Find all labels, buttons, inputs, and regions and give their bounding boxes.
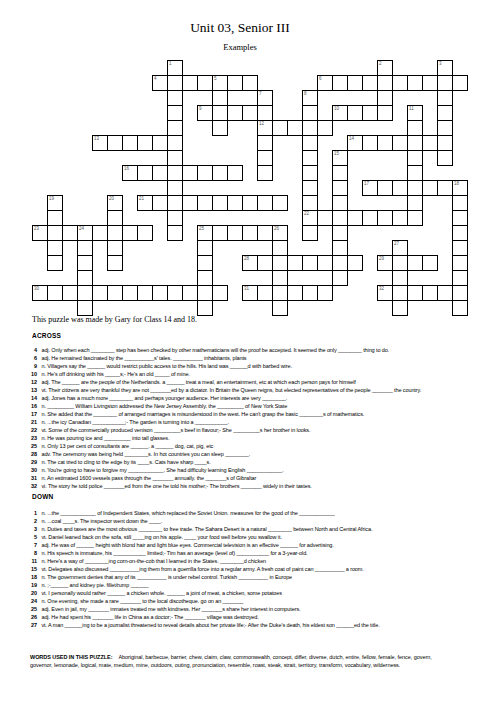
grid-cell[interactable]: 15 [332,150,348,166]
clue-number: 20 [28,589,37,597]
grid-cell[interactable] [182,195,198,211]
cell-number: 22 [304,211,309,216]
grid-cell[interactable] [257,135,273,151]
grid-cell[interactable] [437,150,453,166]
grid-cell[interactable] [302,135,318,151]
grid-cell[interactable] [62,285,78,301]
grid-cell[interactable] [407,285,423,301]
clue-number: 18 [28,573,37,581]
cell-number: 14 [349,136,354,141]
grid-cell[interactable] [377,135,393,151]
clue-number: 23 [28,434,37,442]
grid-cell[interactable] [242,195,258,211]
grid-cell[interactable]: 21 [137,195,153,211]
grid-cell[interactable]: 12 [257,120,273,136]
grid-cell[interactable] [212,225,228,241]
grid-cell[interactable] [107,240,123,256]
clue-text: n. ;-______ and kidney pie. fillet/rump … [40,582,148,588]
grid-cell[interactable]: 17 [362,180,378,196]
grid-cell[interactable] [452,270,468,286]
page-title: Unit 03, Senior III [0,20,480,36]
grid-cell[interactable] [197,165,213,181]
grid-cell[interactable] [212,195,228,211]
clue-line: 4 adj. Only when each ________ step has … [28,346,490,354]
grid-cell[interactable] [362,105,378,121]
grid-cell[interactable] [392,180,408,196]
clue-number: 2 [28,517,37,525]
grid-cell[interactable]: 31 [242,285,258,301]
clue-text: n. You're going to have to forgive my __… [40,467,284,473]
cell-number: 20 [109,196,114,201]
cell-number: 26 [274,226,279,231]
grid-cell[interactable] [392,75,408,91]
grid-cell[interactable] [272,195,288,211]
clue-number: 7 [28,541,37,549]
grid-cell[interactable]: 16 [122,165,138,181]
cell-number: 5 [214,76,217,81]
grid-cell[interactable] [272,255,288,271]
grid-cell[interactable]: 25 [197,225,213,241]
grid-cell[interactable] [107,285,123,301]
clue-text: n. ...coal ____s. The inspector went dow… [40,518,162,524]
clue-number: 1 [28,509,37,517]
grid-cell[interactable] [257,225,273,241]
grid-cell[interactable]: 19 [47,195,63,211]
grid-cell[interactable] [167,180,183,196]
clue-text: adv. The ceremony was being held _______… [40,451,250,457]
grid-cell[interactable] [452,195,468,211]
grid-cell[interactable] [197,195,213,211]
grid-cell[interactable] [422,135,438,151]
grid-cell[interactable] [362,210,378,226]
cell-number: 8 [304,91,307,96]
grid-cell[interactable] [407,150,423,166]
grid-cell[interactable] [227,75,243,91]
cell-number: 21 [139,196,144,201]
clue-number: 10 [28,370,37,378]
grid-cell[interactable] [257,255,273,271]
grid-cell[interactable] [422,75,438,91]
grid-cell[interactable] [332,210,348,226]
grid-cell[interactable]: 13 [92,135,108,151]
cell-number: 30 [34,286,39,291]
grid-cell[interactable] [167,165,183,181]
clue-text: adj. He was of ______ height with blond … [40,542,334,548]
grid-cell[interactable] [242,225,258,241]
grid-cell[interactable] [332,75,348,91]
grid-cell[interactable] [302,225,318,241]
grid-cell[interactable] [227,105,243,121]
cell-number: 19 [49,196,54,201]
clue-text: n. Duties and taxes are the most obvious… [40,526,372,532]
clue-text: n. The cat tried to cling to the edge by… [40,459,211,465]
grid-cell[interactable] [227,165,243,181]
grid-cell[interactable] [302,180,318,196]
clue-text: vt. A man ______ing to be a journalist t… [40,622,380,628]
grid-cell[interactable] [302,150,318,166]
cell-number: 9 [199,106,202,111]
grid-cell[interactable]: 24 [77,225,93,241]
grid-cell[interactable] [257,285,273,301]
grid-cell[interactable]: 1 [167,60,183,76]
grid-cell[interactable] [302,285,318,301]
grid-cell[interactable] [422,255,438,271]
grid-cell[interactable] [407,180,423,196]
grid-cell[interactable] [167,90,183,106]
grid-cell[interactable] [197,75,213,91]
cell-number: 10 [334,106,339,111]
grid-cell[interactable] [407,195,423,211]
grid-cell[interactable] [272,240,288,256]
grid-cell[interactable] [197,255,213,271]
grid-cell[interactable] [347,210,363,226]
grid-cell[interactable] [107,135,123,151]
grid-cell[interactable] [287,120,303,136]
word-bank-label: WORDS USED IN THIS PUZZLE: [30,654,112,660]
grid-cell[interactable] [257,105,273,121]
grid-cell[interactable] [122,135,138,151]
grid-cell[interactable] [377,105,393,121]
grid-cell[interactable] [152,195,168,211]
grid-cell[interactable] [167,135,183,151]
cell-number: 16 [124,166,129,171]
grid-cell[interactable] [377,90,393,106]
clue-line: 20 vt. I personally would rather ______ … [28,589,490,597]
down-heading: DOWN [32,493,53,500]
grid-cell[interactable] [77,300,93,316]
clue-text: n. Villagers say the ______ would restri… [40,363,292,369]
grid-cell[interactable] [167,225,183,241]
clue-line: 10 n. He's off drinking with his _____s;… [28,370,490,378]
grid-cell[interactable] [407,210,423,226]
grid-cell[interactable]: 3 [437,60,453,76]
grid-cell[interactable] [212,120,228,136]
grid-cell[interactable]: 18 [452,180,468,196]
grid-cell[interactable]: 10 [332,105,348,121]
cell-number: 25 [199,226,204,231]
clue-text: n. He was pouring ice and _________ into… [40,435,169,441]
grid-cell[interactable] [122,225,138,241]
clue-line: 7 adj. He was of ______ height with blon… [28,541,490,549]
clue-number: 15 [28,565,37,573]
grid-cell[interactable] [437,135,453,151]
grid-cell[interactable] [212,165,228,181]
clue-text: n. ...the ____________ of Independent St… [40,510,335,516]
grid-cell[interactable] [437,105,453,121]
clue-number: 21 [28,418,37,426]
cell-number: 3 [439,61,442,66]
clue-line: 14 adj. Jones has a much more ________ a… [28,394,490,402]
clue-text: vt. Some of the commercially produced ve… [40,427,310,433]
grid-cell[interactable] [167,210,183,226]
grid-cell[interactable] [152,285,168,301]
grid-cell[interactable] [392,135,408,151]
grid-cell[interactable] [167,75,183,91]
grid-cell[interactable]: 20 [107,195,123,211]
grid-cell[interactable] [302,195,318,211]
grid-cell[interactable] [317,120,333,136]
clue-number: 17 [28,410,37,418]
clue-text: adj. Even in jail, my _______ inmates tr… [40,606,300,612]
grid-cell[interactable] [197,270,213,286]
grid-cell[interactable] [392,210,408,226]
grid-cell[interactable] [392,300,408,316]
cell-number: 31 [244,286,249,291]
clue-number: 25 [28,442,37,450]
clue-line: 16 n. _________ William Livingston addre… [28,402,490,410]
grid-cell[interactable] [347,255,363,271]
grid-cell[interactable] [302,105,318,121]
cell-number: 27 [394,241,399,246]
grid-cell[interactable] [167,120,183,136]
clue-text: vt. Delegates also discussed __________i… [40,566,364,572]
clue-line: 24 n. One evening, she made a rare _____… [28,597,490,605]
clue-line: 21 n. ...the icy Canadian ___________;- … [28,418,490,426]
clue-line: 12 adj. The ______ are the people of the… [28,378,490,386]
grid-cell[interactable] [287,285,303,301]
clue-number: 27 [28,621,37,629]
clue-text: adj. He remained fascinated by the _____… [40,355,247,361]
grid-cell[interactable] [347,105,363,121]
clue-text: n. Only 13 per cent of consultants are _… [40,443,213,449]
grid-cell[interactable] [197,240,213,256]
grid-cell[interactable] [437,180,453,196]
cell-number: 29 [379,256,384,261]
grid-cell[interactable] [167,285,183,301]
grid-cell[interactable] [227,225,243,241]
grid-cell[interactable] [77,285,93,301]
grid-cell[interactable] [137,285,153,301]
grid-cell[interactable]: 7 [257,90,273,106]
grid-cell[interactable] [302,255,318,271]
grid-cell[interactable] [77,270,93,286]
grid-cell[interactable] [167,150,183,166]
grid-cell[interactable] [422,285,438,301]
grid-cell[interactable] [47,285,63,301]
grid-cell[interactable] [332,180,348,196]
grid-cell[interactable] [182,75,198,91]
clue-number: 5 [28,533,37,541]
grid-cell[interactable]: 29 [377,255,393,271]
grid-cell[interactable] [332,270,348,286]
grid-cell[interactable] [377,75,393,91]
grid-cell[interactable] [287,255,303,271]
page-subtitle: Examples [0,42,480,52]
grid-cell[interactable] [47,240,63,256]
clue-line: 29 n. The cat tried to cling to the edge… [28,458,490,466]
clue-text: n. An estimated 1600 vessels pass throug… [40,475,256,481]
grid-cell[interactable]: 14 [347,135,363,151]
grid-cell[interactable] [107,225,123,241]
grid-cell[interactable] [347,75,363,91]
grid-cell[interactable] [377,180,393,196]
grid-cell[interactable] [107,210,123,226]
grid-cell[interactable] [437,75,453,91]
grid-cell[interactable] [317,255,333,271]
clue-text: adj. Only when each ________ step has be… [40,347,389,353]
grid-cell[interactable] [257,195,273,211]
cell-number: 6 [319,76,322,81]
grid-cell[interactable] [332,255,348,271]
grid-cell[interactable] [452,285,468,301]
grid-cell[interactable] [452,75,468,91]
grid-cell[interactable]: 32 [377,285,393,301]
grid-cell[interactable] [437,285,453,301]
clue-number: 9 [28,362,37,370]
grid-cell[interactable]: 11 [407,105,423,121]
grid-cell[interactable] [302,165,318,181]
grid-cell[interactable] [332,225,348,241]
grid-cell[interactable] [302,120,318,136]
grid-cell[interactable]: 23 [32,225,48,241]
clue-number: 25 [28,605,37,613]
clue-text: vt. I personally would rather ______ a c… [40,590,282,596]
grid-cell[interactable] [137,165,153,181]
grid-cell[interactable]: 27 [392,240,408,256]
clue-text: n. She added that the ________ of arrang… [40,411,364,417]
grid-cell[interactable] [407,165,423,181]
grid-cell[interactable] [137,135,153,151]
grid-cell[interactable] [332,195,348,211]
grid-cell[interactable]: 4 [152,75,168,91]
grid-cell[interactable] [452,300,468,316]
grid-cell[interactable] [452,255,468,271]
grid-cell[interactable] [317,285,333,301]
cell-number: 11 [409,106,414,111]
grid-cell[interactable] [182,285,198,301]
clue-line: 17 n. She added that the ________ of arr… [28,410,490,418]
clue-number: 26 [28,613,37,621]
grid-cell[interactable] [167,105,183,121]
grid-cell[interactable] [392,255,408,271]
grid-cell[interactable]: 9 [197,105,213,121]
credit-line: This puzzle was made by Gary for Class 1… [32,315,197,324]
crossword-grid: 1234567128229101113141516171819202123242… [32,60,469,317]
cell-number: 15 [334,151,339,156]
grid-cell[interactable]: 5 [212,75,228,91]
grid-cell[interactable] [182,165,198,181]
grid-cell[interactable] [242,105,258,121]
clue-line: 5 vt. Daniel leaned back on the sofa, st… [28,533,490,541]
clue-line: 18 n. The government denies that any of … [28,573,490,581]
grid-cell[interactable] [62,225,78,241]
across-heading: ACROSS [32,332,61,339]
grid-cell[interactable] [47,225,63,241]
grid-cell[interactable]: 2 [377,60,393,76]
clue-line: 23 n. He was pouring ice and _________ i… [28,434,490,442]
grid-cell[interactable] [272,120,288,136]
grid-cell[interactable] [77,240,93,256]
cell-number: 17 [364,181,369,186]
clue-number: 16 [28,402,37,410]
grid-cell[interactable] [92,285,108,301]
clue-number: 22 [28,426,37,434]
grid-cell[interactable] [362,135,378,151]
cell-number: 24 [79,226,84,231]
grid-cell[interactable] [422,180,438,196]
grid-cell[interactable] [152,165,168,181]
grid-cell[interactable] [197,300,213,316]
grid-cell[interactable] [47,210,63,226]
clue-line: 25 n. Only 13 per cent of consultants ar… [28,442,490,450]
grid-cell[interactable]: 22 [302,210,318,226]
grid-cell[interactable] [77,255,93,271]
grid-cell[interactable] [257,165,273,181]
clue-line: 8 n. His speech is immature, his _______… [28,549,490,557]
grid-cell[interactable] [227,195,243,211]
clue-number: 24 [28,597,37,605]
grid-cell[interactable] [167,195,183,211]
clue-number: 13 [28,386,37,394]
clue-line: 15 vt. Delegates also discussed ________… [28,565,490,573]
grid-cell[interactable] [452,210,468,226]
grid-cell[interactable] [332,165,348,181]
cell-number: 7 [259,91,262,96]
grid-cell[interactable] [92,225,108,241]
grid-cell[interactable] [332,240,348,256]
grid-cell[interactable] [437,90,453,106]
cell-number: 28 [244,256,249,261]
grid-cell[interactable] [272,300,288,316]
clue-number: 31 [28,474,37,482]
grid-cell[interactable] [407,120,423,136]
clue-line: 13 vt. Their citizens are very thankful … [28,386,490,394]
grid-cell[interactable] [212,105,228,121]
clue-line: 22 vt. Some of the commercially produced… [28,426,490,434]
grid-cell[interactable]: 6 [317,75,333,91]
grid-cell[interactable] [152,135,168,151]
grid-cell[interactable] [452,240,468,256]
grid-cell[interactable] [362,75,378,91]
clue-text: adj. He had spent his _______ life in Ch… [40,614,259,620]
grid-cell[interactable] [137,225,153,241]
clue-text: vt. Their citizens are very thankful the… [40,387,421,393]
grid-cell[interactable]: 28 [242,255,258,271]
grid-cell[interactable] [47,255,63,271]
grid-cell[interactable] [242,75,258,91]
cell-number: 32 [379,286,384,291]
grid-cell[interactable] [212,285,228,301]
clue-line: 9 n. Villagers say the ______ would rest… [28,362,490,370]
grid-cell[interactable]: 26 [272,225,288,241]
word-bank: WORDS USED IN THIS PUZZLE:Aboriginal, ba… [30,653,454,669]
grid-cell[interactable]: 8 [302,90,318,106]
grid-cell[interactable] [392,285,408,301]
grid-cell[interactable] [452,225,468,241]
grid-cell[interactable]: 30 [32,285,48,301]
grid-cell[interactable] [407,255,423,271]
grid-cell[interactable] [392,270,408,286]
clue-number: 14 [28,394,37,402]
grid-cell[interactable] [107,255,123,271]
grid-cell[interactable] [122,285,138,301]
cell-number: 1 [169,61,172,66]
grid-cell[interactable] [377,210,393,226]
grid-cell[interactable] [407,75,423,91]
down-clue-list: 1 n. ...the ____________ of Independent … [28,509,490,629]
grid-cell[interactable] [212,90,228,106]
grid-cell[interactable] [197,285,213,301]
grid-cell[interactable] [257,150,273,166]
grid-cell[interactable] [407,135,423,151]
grid-cell[interactable] [272,270,288,286]
grid-cell[interactable] [272,285,288,301]
grid-cell[interactable] [437,120,453,136]
grid-cell[interactable] [317,210,333,226]
clue-text: n. He's off drinking with his _____s;- H… [40,371,190,377]
clue-text: n. Here's a way of ________ing corn-on-t… [40,558,266,564]
clue-text: adj. Jones has a much more ________ and … [40,395,287,401]
